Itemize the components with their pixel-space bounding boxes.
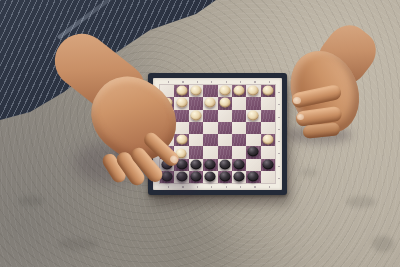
square-r7c3 (189, 159, 203, 171)
square-r5c5 (218, 134, 232, 146)
square-r3c4 (203, 110, 217, 122)
square-r3c5 (218, 110, 232, 122)
black-piece (262, 159, 273, 169)
black-piece (248, 171, 259, 181)
coordinate-marks-top (162, 81, 273, 83)
square-r4c5 (218, 122, 232, 134)
photo-scene (0, 0, 400, 267)
black-piece (248, 147, 259, 157)
square-r6c6 (232, 146, 246, 158)
black-piece (190, 159, 201, 169)
white-piece (176, 135, 187, 145)
square-r8c6 (232, 171, 246, 183)
black-piece (234, 159, 245, 169)
square-r5c8 (261, 134, 275, 146)
square-r1c6 (232, 85, 246, 97)
square-r1c4 (203, 85, 217, 97)
white-piece (262, 86, 273, 96)
square-r7c7 (246, 159, 260, 171)
right-middle-fingernail (297, 114, 304, 120)
square-r1c5 (218, 85, 232, 97)
concrete-stain (58, 238, 98, 250)
square-r1c2 (174, 85, 188, 97)
square-r4c6 (232, 122, 246, 134)
coordinate-marks-right (278, 87, 280, 181)
white-piece (219, 86, 230, 96)
black-piece (219, 171, 230, 181)
square-r1c8 (261, 85, 275, 97)
square-r7c8 (261, 159, 275, 171)
square-r4c4 (203, 122, 217, 134)
black-piece (234, 171, 245, 181)
square-r2c4 (203, 97, 217, 109)
white-piece (234, 86, 245, 96)
square-r1c3 (189, 85, 203, 97)
square-r5c7 (246, 134, 260, 146)
square-r3c7 (246, 110, 260, 122)
square-r6c5 (218, 146, 232, 158)
black-piece (205, 159, 216, 169)
white-piece (205, 98, 216, 108)
square-r6c4 (203, 146, 217, 158)
square-r6c8 (261, 146, 275, 158)
square-r3c3 (189, 110, 203, 122)
square-r1c7 (246, 85, 260, 97)
square-r2c3 (189, 97, 203, 109)
square-r2c5 (218, 97, 232, 109)
square-r3c2 (174, 110, 188, 122)
black-piece (205, 171, 216, 181)
square-r8c8 (261, 171, 275, 183)
square-r4c8 (261, 122, 275, 134)
white-piece (219, 98, 230, 108)
square-r2c2 (174, 97, 188, 109)
square-r8c5 (218, 171, 232, 183)
square-r2c6 (232, 97, 246, 109)
white-piece (190, 86, 201, 96)
white-piece (248, 86, 259, 96)
concrete-stain (346, 196, 376, 208)
square-r7c4 (203, 159, 217, 171)
square-r8c7 (246, 171, 260, 183)
square-r4c3 (189, 122, 203, 134)
square-r7c5 (218, 159, 232, 171)
black-piece (219, 159, 230, 169)
square-r5c4 (203, 134, 217, 146)
white-piece (176, 98, 187, 108)
white-piece (262, 135, 273, 145)
white-piece (248, 110, 259, 120)
square-r3c8 (261, 110, 275, 122)
square-r2c7 (246, 97, 260, 109)
square-r5c3 (189, 134, 203, 146)
square-r8c4 (203, 171, 217, 183)
square-r6c3 (189, 146, 203, 158)
square-r5c6 (232, 134, 246, 146)
square-r7c6 (232, 159, 246, 171)
square-r6c7 (246, 146, 260, 158)
square-r2c8 (261, 97, 275, 109)
square-r3c6 (232, 110, 246, 122)
white-piece (176, 86, 187, 96)
square-r4c7 (246, 122, 260, 134)
concrete-stain (372, 236, 394, 252)
concrete-stain (300, 168, 318, 177)
square-r5c2 (174, 134, 188, 146)
white-piece (190, 110, 201, 120)
right-index-fingernail (293, 97, 301, 104)
concrete-stain (18, 196, 44, 206)
